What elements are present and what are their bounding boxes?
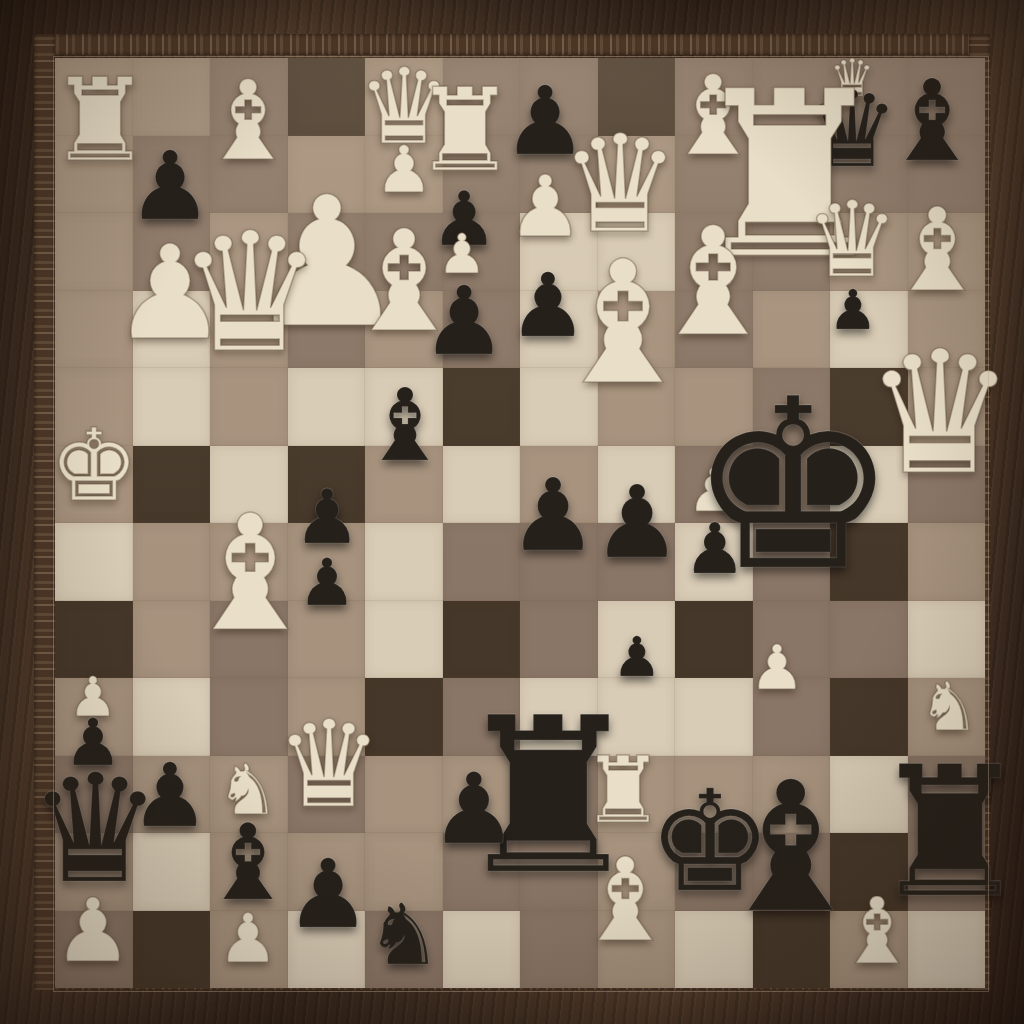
piece-black-pawn[interactable]: ♟ — [508, 466, 598, 566]
piece-black-bishop[interactable]: ♝ — [360, 376, 450, 476]
chessboard-photo: ♛♛♝♜♝♟♝♜♛♟♜♟♛♟♟♛♝♟♟♝♝♟♛♟♟♟♝♛♝♚♟♚♟♟♟♟♝♟♟♟… — [0, 0, 1024, 1024]
piece-white-bishop[interactable]: ♝ — [573, 843, 676, 958]
piece-white-bishop[interactable]: ♝ — [547, 238, 699, 408]
piece-black-pawn[interactable]: ♟ — [430, 760, 518, 858]
piece-white-pawn[interactable]: ♟ — [749, 637, 805, 699]
piece-black-pawn[interactable]: ♟ — [592, 473, 682, 573]
piece-white-pawn[interactable]: ♟ — [54, 887, 133, 975]
piece-white-king[interactable]: ♚ — [49, 416, 139, 516]
piece-white-bishop[interactable]: ♝ — [836, 886, 918, 978]
piece-black-pawn[interactable]: ♟ — [684, 514, 747, 584]
piece-black-pawn[interactable]: ♟ — [285, 847, 370, 942]
piece-white-bishop[interactable]: ♝ — [885, 193, 988, 308]
piece-black-pawn[interactable]: ♟ — [298, 550, 356, 615]
piece-white-queen[interactable]: ♛ — [176, 211, 324, 376]
pieces-layer: ♛♛♝♜♝♟♝♜♛♟♜♟♛♟♟♛♝♟♟♝♝♟♛♟♟♟♝♛♝♚♟♚♟♟♟♟♝♟♟♟… — [0, 0, 1024, 1024]
piece-black-knight[interactable]: ♞ — [366, 892, 442, 977]
piece-white-pawn[interactable]: ♟ — [218, 905, 279, 973]
piece-black-pawn[interactable]: ♟ — [421, 274, 506, 369]
